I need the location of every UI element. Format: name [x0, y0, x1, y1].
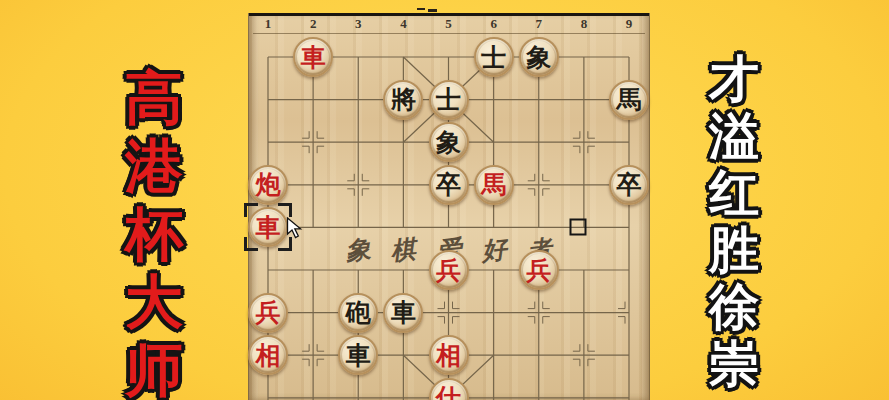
river-watermark-character: 棋: [389, 232, 417, 267]
video-marker-dash: [417, 8, 425, 10]
piece-black-車[interactable]: 車: [338, 335, 378, 375]
piece-black-象[interactable]: 象: [429, 122, 469, 162]
title-character: 大: [118, 268, 190, 336]
piece-black-卒[interactable]: 卒: [429, 165, 469, 205]
piece-red-車[interactable]: 車: [293, 37, 333, 77]
title-character: 徐: [700, 278, 768, 335]
piece-red-馬[interactable]: 馬: [474, 165, 514, 205]
title-character: 崇: [700, 335, 768, 392]
xiangqi-board: 123456789 象棋爱好者 車士象將士馬象炮卒馬卒車兵兵兵砲車相車相仕: [248, 13, 650, 400]
piece-red-相[interactable]: 相: [248, 335, 288, 375]
right-title: 才溢红胜徐崇: [700, 50, 768, 392]
piece-black-士[interactable]: 士: [429, 80, 469, 120]
piece-black-車[interactable]: 車: [383, 293, 423, 333]
piece-black-馬[interactable]: 馬: [609, 80, 649, 120]
title-character: 港: [118, 132, 190, 200]
title-character: 胜: [700, 221, 768, 278]
title-character: 溢: [700, 107, 768, 164]
piece-black-象[interactable]: 象: [519, 37, 559, 77]
piece-red-兵[interactable]: 兵: [429, 250, 469, 290]
title-character: 杯: [118, 200, 190, 268]
selected-piece-marker: [244, 203, 292, 251]
title-character: 红: [700, 164, 768, 221]
piece-red-相[interactable]: 相: [429, 335, 469, 375]
title-character: 高: [118, 64, 190, 132]
piece-red-兵[interactable]: 兵: [248, 293, 288, 333]
left-title: 高港杯大师赛: [118, 64, 190, 400]
piece-black-士[interactable]: 士: [474, 37, 514, 77]
title-character: 师: [118, 336, 190, 400]
piece-red-兵[interactable]: 兵: [519, 250, 559, 290]
piece-red-炮[interactable]: 炮: [248, 165, 288, 205]
video-marker-dash: [428, 9, 437, 12]
river-watermark-character: 好: [479, 232, 507, 267]
piece-black-卒[interactable]: 卒: [609, 165, 649, 205]
piece-black-砲[interactable]: 砲: [338, 293, 378, 333]
move-square-marker: [569, 219, 586, 236]
piece-black-將[interactable]: 將: [383, 80, 423, 120]
river-watermark-character: 象: [344, 232, 372, 267]
title-character: 才: [700, 50, 768, 107]
